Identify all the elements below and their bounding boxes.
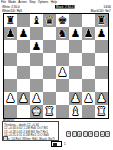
piece-white-bishop: ♝ xyxy=(71,105,81,118)
analysis-line: best: 14.Re1 (White: Rd1, Black: Ne7) xyxy=(4,137,31,139)
square-c3[interactable] xyxy=(30,79,43,92)
square-e1[interactable] xyxy=(56,105,69,118)
prev-move-button[interactable]: ‹ xyxy=(72,131,77,137)
pause-icon: ∥ xyxy=(79,132,81,135)
square-g6[interactable] xyxy=(82,40,95,53)
navigation-toolbar: « ‹ ∥ › » ○ ≡ ▢ xyxy=(66,131,111,137)
analysis-line: 13 +0.28 0:05 2.6M Bf1 Ne7 Re1 xyxy=(4,130,31,132)
last-move-button[interactable]: » xyxy=(88,131,93,137)
analysis-line: 12 +0.34 0:02 1.2M Rd1 Qc7 Bf1 xyxy=(4,126,31,128)
menu-item-options[interactable]: Options xyxy=(38,0,48,3)
menu-item-help[interactable]: Help xyxy=(51,0,57,3)
square-g7[interactable]: ♟ xyxy=(82,27,95,40)
square-b1[interactable] xyxy=(17,105,30,118)
refresh-icon: ○ xyxy=(95,132,97,135)
square-b3[interactable] xyxy=(17,79,30,92)
square-b4[interactable] xyxy=(17,66,30,79)
square-f3[interactable] xyxy=(69,79,82,92)
piece-black-knight: ♞ xyxy=(58,27,68,40)
square-f1[interactable]: ♝ xyxy=(69,105,82,118)
piece-black-pawn: ♟ xyxy=(71,27,81,40)
square-d6[interactable] xyxy=(43,40,56,53)
square-a3[interactable] xyxy=(4,79,17,92)
page-indicator-button[interactable] xyxy=(51,141,62,147)
square-f6[interactable] xyxy=(69,40,82,53)
piece-black-pawn: ♟ xyxy=(6,27,16,40)
pause-button[interactable]: ∥ xyxy=(77,131,82,137)
analysis-panel: Thinking... depth 12 +0.34 12 +0.34 0:02… xyxy=(2,121,59,141)
menu-item-step[interactable]: Step xyxy=(29,0,35,3)
square-f2[interactable]: ♟ xyxy=(69,92,82,105)
square-h2[interactable]: ♟ xyxy=(95,92,108,105)
piece-black-rook: ♜ xyxy=(97,14,107,27)
square-d5[interactable] xyxy=(43,53,56,66)
square-a4[interactable] xyxy=(4,66,17,79)
piece-black-bishop: ♝ xyxy=(32,14,42,27)
square-d2[interactable] xyxy=(43,92,56,105)
square-d3[interactable] xyxy=(43,79,56,92)
analysis-line: 14 +0.25 0:11 4.1M Re1 O-O Bd3 xyxy=(4,133,31,135)
square-a2[interactable]: ♟ xyxy=(4,92,17,105)
square-b5[interactable] xyxy=(17,53,30,66)
analysis-line: Thinking... depth 12 +0.34 xyxy=(4,123,31,125)
white-clock: White: 2:30.0 xyxy=(2,5,20,8)
piece-black-queen: ♛ xyxy=(45,14,55,27)
square-h3[interactable] xyxy=(95,79,108,92)
square-b8[interactable] xyxy=(17,14,30,27)
menu-bar: File Mode Action Step Options Help xyxy=(1,0,112,3)
status-message-left: White(14): Rd1 xyxy=(2,9,22,12)
square-b2[interactable]: ♟ xyxy=(17,92,30,105)
first-move-icon: « xyxy=(68,132,70,135)
piece-white-pawn: ♟ xyxy=(84,92,94,105)
piece-white-pawn: ♟ xyxy=(71,92,81,105)
piece-black-pawn: ♟ xyxy=(84,27,94,40)
square-a8[interactable]: ♜ xyxy=(4,14,17,27)
prev-move-icon: ‹ xyxy=(73,132,74,135)
square-d8[interactable]: ♛ xyxy=(43,14,56,27)
panel-title: Analysis xyxy=(3,118,14,120)
piece-black-pawn: ♟ xyxy=(19,27,29,40)
square-d4[interactable] xyxy=(43,66,56,79)
next-move-icon: › xyxy=(84,132,85,135)
menu-item-file[interactable]: File xyxy=(1,0,6,3)
menu-list-button[interactable]: ≡ xyxy=(100,131,105,137)
square-h1[interactable]: ♜ xyxy=(95,105,108,118)
square-g3[interactable] xyxy=(82,79,95,92)
piece-white-pawn: ♟ xyxy=(58,66,68,79)
square-f8[interactable] xyxy=(69,14,82,27)
square-g1[interactable] xyxy=(82,105,95,118)
square-e5[interactable] xyxy=(56,53,69,66)
piece-white-pawn: ♟ xyxy=(97,92,107,105)
square-e4[interactable]: ♟ xyxy=(56,66,69,79)
chess-board: ♜♝♛♚♜♟♟♞♟♟♟♟♟♟♟♟♟♟♟♚♜♝♜ xyxy=(3,13,109,119)
piece-white-rook: ♜ xyxy=(97,105,107,118)
square-h8[interactable]: ♜ xyxy=(95,14,108,27)
square-h6[interactable] xyxy=(95,40,108,53)
square-f7[interactable]: ♟ xyxy=(69,27,82,40)
next-move-button[interactable]: › xyxy=(83,131,88,137)
black-clock-active: Black: 2:30.0 xyxy=(55,5,74,8)
window-icon: ▢ xyxy=(107,132,110,135)
square-d1[interactable]: ♜ xyxy=(43,105,56,118)
square-e3[interactable] xyxy=(56,79,69,92)
move-counter: 14/40 xyxy=(103,5,111,8)
square-e7[interactable]: ♞ xyxy=(56,27,69,40)
square-a7[interactable]: ♟ xyxy=(4,27,17,40)
square-g5[interactable] xyxy=(82,53,95,66)
chess-app-window: File Mode Action Step Options Help White… xyxy=(0,0,113,150)
square-f4[interactable] xyxy=(69,66,82,79)
square-c4[interactable] xyxy=(30,66,43,79)
last-move-icon: » xyxy=(90,132,92,135)
piece-black-rook: ♜ xyxy=(6,14,16,27)
square-e2[interactable] xyxy=(56,92,69,105)
square-a6[interactable] xyxy=(4,40,17,53)
square-c8[interactable]: ♝ xyxy=(30,14,43,27)
piece-white-pawn: ♟ xyxy=(6,92,16,105)
square-c2[interactable]: ♟ xyxy=(30,92,43,105)
square-c1[interactable]: ♚ xyxy=(30,105,43,118)
square-a5[interactable] xyxy=(4,53,17,66)
square-e8[interactable]: ♚ xyxy=(56,14,69,27)
piece-white-king: ♚ xyxy=(32,105,42,118)
square-b6[interactable] xyxy=(17,40,30,53)
window-button[interactable]: ▢ xyxy=(105,131,110,137)
piece-white-pawn: ♟ xyxy=(32,92,42,105)
square-g4[interactable] xyxy=(82,66,95,79)
square-d7[interactable] xyxy=(43,27,56,40)
square-g8[interactable] xyxy=(82,14,95,27)
square-b7[interactable]: ♟ xyxy=(17,27,30,40)
piece-black-pawn: ♟ xyxy=(32,40,42,53)
piece-black-king: ♚ xyxy=(58,14,68,27)
square-h7[interactable]: ♟ xyxy=(95,27,108,40)
menu-item-mode[interactable]: Mode xyxy=(8,0,16,3)
page-indicator-fill-icon xyxy=(53,143,57,147)
menu-item-action[interactable]: Action xyxy=(18,0,26,3)
square-g2[interactable]: ♟ xyxy=(82,92,95,105)
piece-white-rook: ♜ xyxy=(45,105,55,118)
square-h4[interactable] xyxy=(95,66,108,79)
square-c5[interactable] xyxy=(30,53,43,66)
menu-list-icon: ≡ xyxy=(101,132,103,135)
square-f5[interactable] xyxy=(69,53,82,66)
refresh-button[interactable]: ○ xyxy=(94,131,99,137)
piece-white-pawn: ♟ xyxy=(19,92,29,105)
status-message-right: Black(14): Ne7 xyxy=(91,9,111,12)
page-indicator-label: 1 xyxy=(64,142,66,145)
square-c7[interactable] xyxy=(30,27,43,40)
piece-black-pawn: ♟ xyxy=(97,27,107,40)
square-a1[interactable] xyxy=(4,105,17,118)
square-c6[interactable]: ♟ xyxy=(30,40,43,53)
square-h5[interactable] xyxy=(95,53,108,66)
panel-resize-grip[interactable] xyxy=(3,136,8,141)
square-e6[interactable] xyxy=(56,40,69,53)
first-move-button[interactable]: « xyxy=(66,131,71,137)
